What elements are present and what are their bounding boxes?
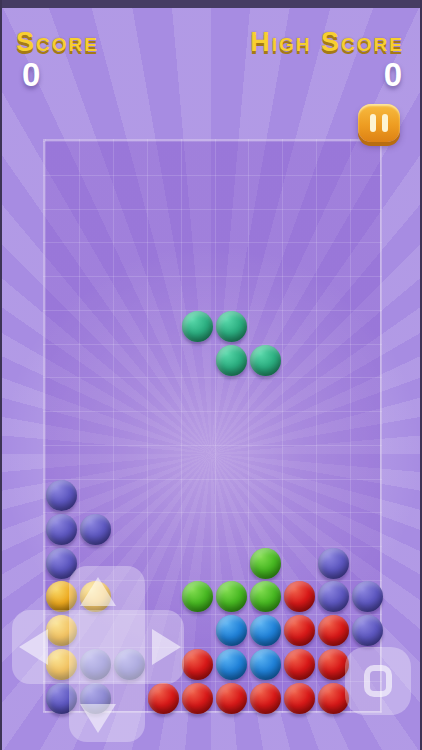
ball-blue [216, 649, 247, 680]
ball-green [250, 581, 281, 612]
ball-red [216, 683, 247, 714]
ball-green [250, 548, 281, 579]
game-screen: Score 0 High Score 0 [0, 0, 422, 750]
ball-red [284, 615, 315, 646]
ball-red [318, 683, 349, 714]
ball-blue [250, 649, 281, 680]
score-value: 0 [22, 56, 40, 94]
ball-red [318, 615, 349, 646]
ball-purple [46, 514, 77, 545]
ball-red [284, 649, 315, 680]
ball-blue [216, 615, 247, 646]
ball-teal [250, 345, 281, 376]
ball-red [284, 581, 315, 612]
ball-green [182, 581, 213, 612]
ball-purple [352, 581, 383, 612]
ball-purple [318, 548, 349, 579]
ball-green [216, 581, 247, 612]
pause-icon [382, 114, 388, 132]
ball-red [148, 683, 179, 714]
dpad-left-button[interactable] [19, 629, 48, 665]
high-score-value: 0 [384, 56, 402, 94]
ball-red [284, 683, 315, 714]
ball-purple [318, 581, 349, 612]
high-score-label: High Score [250, 27, 404, 58]
top-letterbox-strip [2, 0, 420, 8]
rotate-icon [364, 665, 392, 697]
dpad-up-button[interactable] [80, 577, 116, 606]
ball-purple [46, 480, 77, 511]
dpad-right-button[interactable] [152, 629, 181, 665]
ball-teal [216, 345, 247, 376]
score-label: Score [16, 27, 99, 58]
ball-red [182, 649, 213, 680]
ball-red [318, 649, 349, 680]
pause-icon [370, 114, 376, 132]
pause-button[interactable] [358, 104, 400, 142]
ball-purple [80, 514, 111, 545]
ball-teal [182, 311, 213, 342]
rotate-button[interactable] [345, 647, 411, 715]
dpad-down-button[interactable] [80, 704, 116, 733]
ball-purple [352, 615, 383, 646]
ball-red [182, 683, 213, 714]
ball-blue [250, 615, 281, 646]
ball-red [250, 683, 281, 714]
ball-teal [216, 311, 247, 342]
